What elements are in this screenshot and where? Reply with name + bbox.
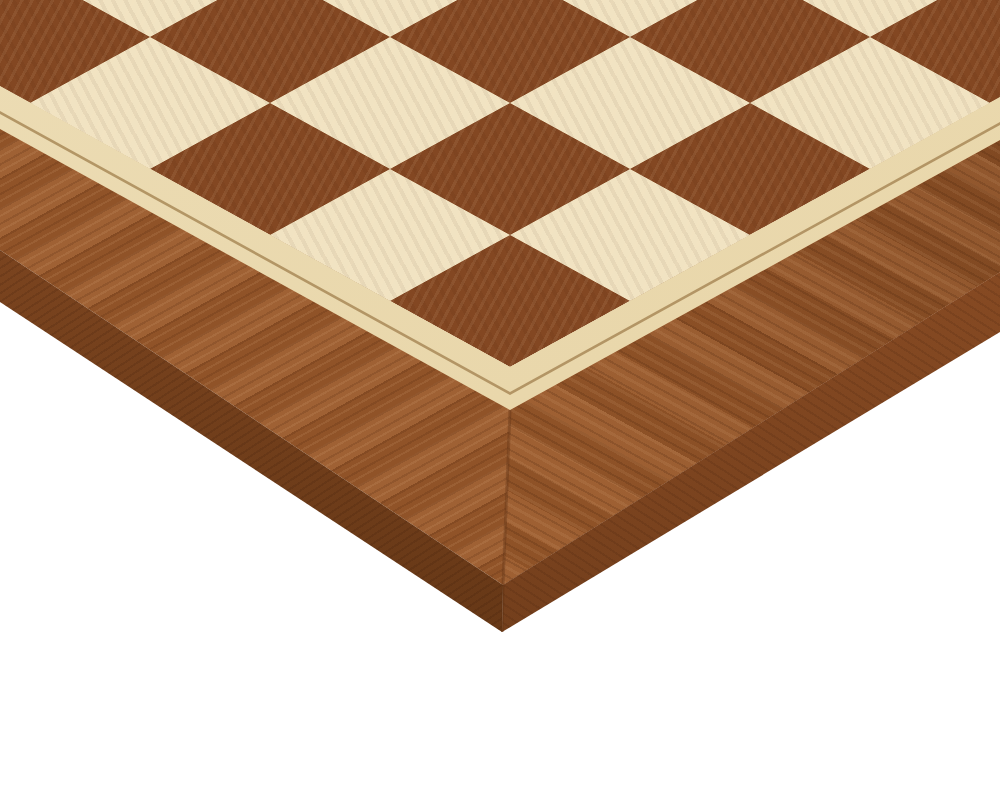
- board-photo: [0, 0, 1000, 800]
